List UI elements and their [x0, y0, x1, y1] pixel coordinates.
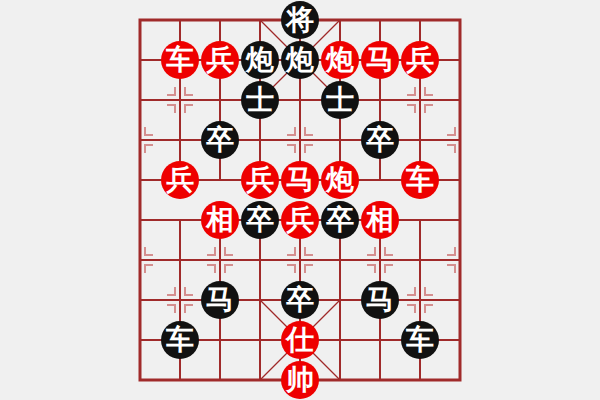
piece-black-advisor[interactable]: 士: [321, 81, 359, 119]
piece-red-soldier[interactable]: 兵: [281, 201, 319, 239]
xiangqi-page: 将车兵炮炮炮马兵士士卒卒兵兵马炮车相卒兵卒相马卒马车仕车帅: [0, 0, 600, 400]
piece-red-horse[interactable]: 马: [361, 41, 399, 79]
piece-red-chariot[interactable]: 车: [401, 161, 439, 199]
piece-red-advisor[interactable]: 仕: [281, 321, 319, 359]
piece-black-advisor[interactable]: 士: [241, 81, 279, 119]
piece-red-cannon[interactable]: 炮: [321, 161, 359, 199]
piece-black-soldier[interactable]: 卒: [281, 281, 319, 319]
piece-black-chariot[interactable]: 车: [161, 321, 199, 359]
piece-black-chariot[interactable]: 车: [401, 321, 439, 359]
board-grid: 将车兵炮炮炮马兵士士卒卒兵兵马炮车相卒兵卒相马卒马车仕车帅: [120, 0, 480, 400]
piece-red-cannon[interactable]: 炮: [321, 41, 359, 79]
piece-black-soldier[interactable]: 卒: [201, 121, 239, 159]
piece-black-horse[interactable]: 马: [201, 281, 239, 319]
piece-red-elephant[interactable]: 相: [201, 201, 239, 239]
piece-black-general[interactable]: 将: [281, 1, 319, 39]
piece-black-cannon[interactable]: 炮: [281, 41, 319, 79]
piece-black-soldier[interactable]: 卒: [321, 201, 359, 239]
piece-red-chariot[interactable]: 车: [161, 41, 199, 79]
piece-black-horse[interactable]: 马: [361, 281, 399, 319]
piece-black-cannon[interactable]: 炮: [241, 41, 279, 79]
piece-red-horse[interactable]: 马: [281, 161, 319, 199]
piece-red-elephant[interactable]: 相: [361, 201, 399, 239]
piece-red-general[interactable]: 帅: [281, 361, 319, 399]
piece-red-soldier[interactable]: 兵: [201, 41, 239, 79]
piece-black-soldier[interactable]: 卒: [241, 201, 279, 239]
piece-red-soldier[interactable]: 兵: [401, 41, 439, 79]
piece-red-soldier[interactable]: 兵: [161, 161, 199, 199]
piece-black-soldier[interactable]: 卒: [361, 121, 399, 159]
piece-red-soldier[interactable]: 兵: [241, 161, 279, 199]
